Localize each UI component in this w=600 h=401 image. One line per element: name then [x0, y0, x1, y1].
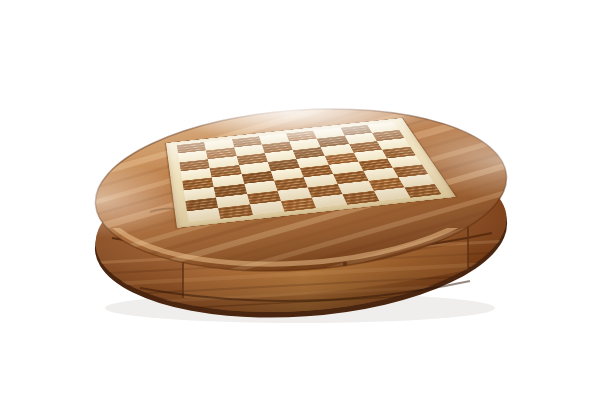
square-f1 — [343, 191, 379, 205]
photo-stage — [0, 0, 600, 401]
square-e1 — [312, 194, 348, 208]
square-d1 — [281, 198, 316, 212]
square-b1 — [218, 204, 252, 218]
square-c1 — [250, 201, 285, 215]
square-h1 — [404, 184, 441, 198]
